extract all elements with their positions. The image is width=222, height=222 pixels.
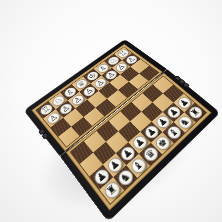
piece-white-pawn-h2: ♙: [123, 54, 139, 66]
piece-white-pawn-d2: ♙: [81, 85, 97, 99]
scene-3d: ♖♘♗♕♔♗♘♖♙♙♙♙♙♙♙♙ ♟♟♟♟♟♟♟♟♜♞♝♛♚♝♞♜: [30, 0, 194, 222]
piece-white-pawn-b2: ♙: [57, 102, 74, 117]
scene-scaler: ♖♘♗♕♔♗♘♖♙♙♙♙♙♙♙♙ ♟♟♟♟♟♟♟♟♜♞♝♛♚♝♞♜: [30, 0, 194, 222]
square-d2: ♙: [79, 84, 98, 100]
square-h2: ♙: [122, 53, 140, 67]
piece-white-queen-d1: ♕: [73, 78, 89, 91]
square-a3: [51, 118, 72, 137]
square-a1: ♖: [36, 101, 55, 118]
piece-white-bishop-f1: ♗: [95, 62, 111, 74]
hinge-nub: [41, 132, 49, 139]
black-leaf-squares: ♟♟♟♟♟♟♟♟♜♞♝♛♚♝♞♜: [71, 76, 206, 203]
square-g1: ♘: [104, 54, 122, 68]
square-f1: ♗: [94, 61, 112, 75]
piece-white-knight-g1: ♘: [105, 55, 120, 67]
piece-white-rook-h1: ♖: [115, 48, 130, 59]
product-photo-folding-chess-set: ♖♘♗♕♔♗♘♖♙♙♙♙♙♙♙♙ ♟♟♟♟♟♟♟♟♜♞♝♛♚♝♞♜: [0, 0, 222, 222]
square-c3: [75, 100, 95, 117]
square-f3: [110, 75, 129, 90]
square-h3: [130, 59, 149, 73]
piece-white-rook-a1: ♖: [38, 102, 55, 117]
square-g2: ♙: [112, 60, 131, 74]
piece-white-pawn-c2: ♙: [69, 93, 86, 107]
square-h1: ♖: [114, 47, 132, 60]
square-g4: [129, 74, 149, 90]
square-d1: ♕: [72, 76, 91, 91]
piece-white-knight-b1: ♘: [50, 94, 66, 108]
piece-white-pawn-a2: ♙: [45, 111, 62, 126]
square-c1: ♗: [60, 84, 79, 100]
square-b2: ♙: [56, 100, 76, 117]
piece-white-pawn-e2: ♙: [92, 77, 108, 90]
square-c2: ♙: [68, 92, 87, 109]
piece-white-king-e1: ♔: [84, 70, 100, 83]
piece-white-pawn-g2: ♙: [113, 61, 129, 73]
black-leaf-board-border: ♟♟♟♟♟♟♟♟♜♞♝♛♚♝♞♜: [66, 73, 212, 211]
square-a2: ♙: [43, 109, 63, 127]
chess-wallet: ♖♘♗♕♔♗♘♖♙♙♙♙♙♙♙♙ ♟♟♟♟♟♟♟♟♜♞♝♛♚♝♞♜: [21, 27, 219, 222]
piece-white-bishop-c1: ♗: [62, 86, 78, 100]
square-f2: ♙: [101, 68, 120, 83]
square-h4: [139, 66, 158, 81]
square-e2: ♙: [91, 76, 110, 91]
square-b1: ♘: [49, 93, 68, 110]
clasp-ridge: [182, 82, 190, 88]
piece-white-pawn-f2: ♙: [103, 69, 119, 82]
square-b3: [63, 108, 83, 126]
square-g3: [120, 67, 139, 82]
square-d3: [87, 91, 107, 108]
square-e3: [99, 83, 119, 99]
square-e1: ♔: [83, 69, 101, 84]
